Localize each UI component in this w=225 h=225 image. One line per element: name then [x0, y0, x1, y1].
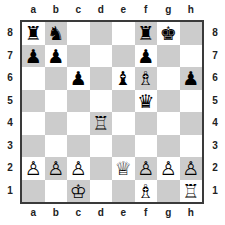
square-g7[interactable]	[157, 45, 180, 68]
piece-black-knight[interactable]: ♞	[47, 22, 64, 45]
piece-black-pawn[interactable]: ♟	[182, 67, 199, 90]
piece-white-king[interactable]: ♔	[70, 180, 87, 203]
file-label-b: b	[45, 3, 68, 17]
square-g2[interactable]: ♙	[157, 157, 180, 180]
square-b3[interactable]	[45, 135, 68, 158]
square-g3[interactable]	[157, 135, 180, 158]
square-f1[interactable]: ♗	[135, 180, 158, 203]
rank-label-3: 3	[208, 135, 222, 158]
piece-white-rook[interactable]: ♖	[92, 112, 109, 135]
piece-white-pawn[interactable]: ♙	[137, 157, 154, 180]
square-c4[interactable]	[67, 112, 90, 135]
rank-label-8: 8	[3, 22, 17, 45]
rank-label-4: 4	[3, 112, 17, 135]
square-c5[interactable]	[67, 90, 90, 113]
square-g5[interactable]	[157, 90, 180, 113]
file-label-g: g	[157, 3, 180, 17]
rank-label-7: 7	[208, 45, 222, 68]
file-label-f: f	[135, 3, 158, 17]
file-label-h: h	[180, 206, 203, 220]
square-f5[interactable]: ♛	[135, 90, 158, 113]
piece-white-bishop[interactable]: ♗	[137, 67, 154, 90]
square-f4[interactable]	[135, 112, 158, 135]
piece-black-bishop[interactable]: ♝	[115, 67, 132, 90]
file-labels-bottom: abcdefgh	[22, 206, 202, 220]
piece-black-pawn[interactable]: ♟	[70, 67, 87, 90]
file-label-c: c	[67, 206, 90, 220]
file-label-g: g	[157, 206, 180, 220]
square-b8[interactable]: ♞	[45, 22, 68, 45]
file-labels-top: abcdefgh	[22, 3, 202, 17]
square-e5[interactable]	[112, 90, 135, 113]
piece-black-rook[interactable]: ♜	[25, 22, 42, 45]
square-h7[interactable]	[180, 45, 203, 68]
rank-label-5: 5	[208, 90, 222, 113]
square-d7[interactable]	[90, 45, 113, 68]
rank-label-3: 3	[3, 135, 17, 158]
piece-white-queen[interactable]: ♕	[115, 157, 132, 180]
file-label-d: d	[90, 3, 113, 17]
square-d1[interactable]	[90, 180, 113, 203]
square-c7[interactable]	[67, 45, 90, 68]
square-g8[interactable]: ♚	[157, 22, 180, 45]
square-c3[interactable]	[67, 135, 90, 158]
square-h8[interactable]	[180, 22, 203, 45]
square-d3[interactable]	[90, 135, 113, 158]
file-label-b: b	[45, 206, 68, 220]
square-a3[interactable]	[22, 135, 45, 158]
file-label-h: h	[180, 3, 203, 17]
rank-label-7: 7	[3, 45, 17, 68]
square-a8[interactable]: ♜	[22, 22, 45, 45]
piece-white-pawn[interactable]: ♙	[47, 157, 64, 180]
file-label-e: e	[112, 3, 135, 17]
piece-white-pawn[interactable]: ♙	[70, 157, 87, 180]
square-h1[interactable]: ♖	[180, 180, 203, 203]
board-grid: ♜♞♜♚♟♟♟♟♝♗♟♛♖♙♙♙♕♙♙♙♔♗♖	[22, 22, 202, 202]
piece-black-pawn[interactable]: ♟	[137, 45, 154, 68]
file-label-f: f	[135, 206, 158, 220]
square-e7[interactable]	[112, 45, 135, 68]
square-e3[interactable]	[112, 135, 135, 158]
square-a6[interactable]	[22, 67, 45, 90]
square-h3[interactable]	[180, 135, 203, 158]
square-g1[interactable]	[157, 180, 180, 203]
square-a7[interactable]: ♟	[22, 45, 45, 68]
rank-label-2: 2	[208, 157, 222, 180]
square-b1[interactable]	[45, 180, 68, 203]
file-label-a: a	[22, 206, 45, 220]
square-g4[interactable]	[157, 112, 180, 135]
square-c1[interactable]: ♔	[67, 180, 90, 203]
rank-label-1: 1	[208, 180, 222, 203]
chessboard: ♜♞♜♚♟♟♟♟♝♗♟♛♖♙♙♙♕♙♙♙♔♗♖	[20, 20, 204, 204]
square-d5[interactable]	[90, 90, 113, 113]
rank-label-8: 8	[208, 22, 222, 45]
square-e1[interactable]	[112, 180, 135, 203]
piece-black-pawn[interactable]: ♟	[25, 45, 42, 68]
square-e6[interactable]: ♝	[112, 67, 135, 90]
square-h6[interactable]: ♟	[180, 67, 203, 90]
piece-white-pawn[interactable]: ♙	[25, 157, 42, 180]
square-c6[interactable]: ♟	[67, 67, 90, 90]
piece-black-king[interactable]: ♚	[160, 22, 177, 45]
square-b2[interactable]: ♙	[45, 157, 68, 180]
square-d2[interactable]	[90, 157, 113, 180]
piece-black-queen[interactable]: ♛	[137, 90, 154, 113]
square-f2[interactable]: ♙	[135, 157, 158, 180]
piece-white-pawn[interactable]: ♙	[160, 157, 177, 180]
square-f6[interactable]: ♗	[135, 67, 158, 90]
piece-white-rook[interactable]: ♖	[182, 180, 199, 203]
square-h5[interactable]	[180, 90, 203, 113]
square-g6[interactable]	[157, 67, 180, 90]
square-a4[interactable]	[22, 112, 45, 135]
file-label-c: c	[67, 3, 90, 17]
square-e8[interactable]	[112, 22, 135, 45]
rank-label-4: 4	[208, 112, 222, 135]
square-f3[interactable]	[135, 135, 158, 158]
rank-labels-left: 87654321	[3, 22, 17, 202]
square-f8[interactable]: ♜	[135, 22, 158, 45]
square-b4[interactable]	[45, 112, 68, 135]
square-f7[interactable]: ♟	[135, 45, 158, 68]
square-b6[interactable]	[45, 67, 68, 90]
square-d8[interactable]	[90, 22, 113, 45]
square-d4[interactable]: ♖	[90, 112, 113, 135]
square-h4[interactable]	[180, 112, 203, 135]
piece-black-pawn[interactable]: ♟	[47, 45, 64, 68]
square-h2[interactable]: ♙	[180, 157, 203, 180]
square-e2[interactable]: ♕	[112, 157, 135, 180]
square-a2[interactable]: ♙	[22, 157, 45, 180]
square-c2[interactable]: ♙	[67, 157, 90, 180]
file-label-e: e	[112, 206, 135, 220]
piece-white-pawn[interactable]: ♙	[182, 157, 199, 180]
file-label-a: a	[22, 3, 45, 17]
square-c8[interactable]	[67, 22, 90, 45]
square-e4[interactable]	[112, 112, 135, 135]
square-d6[interactable]	[90, 67, 113, 90]
rank-label-6: 6	[3, 67, 17, 90]
rank-label-2: 2	[3, 157, 17, 180]
rank-label-5: 5	[3, 90, 17, 113]
piece-white-bishop[interactable]: ♗	[137, 180, 154, 203]
square-b5[interactable]	[45, 90, 68, 113]
file-label-d: d	[90, 206, 113, 220]
rank-label-6: 6	[208, 67, 222, 90]
square-a1[interactable]	[22, 180, 45, 203]
rank-labels-right: 87654321	[208, 22, 222, 202]
piece-black-rook[interactable]: ♜	[137, 22, 154, 45]
square-a5[interactable]	[22, 90, 45, 113]
rank-label-1: 1	[3, 180, 17, 203]
square-b7[interactable]: ♟	[45, 45, 68, 68]
